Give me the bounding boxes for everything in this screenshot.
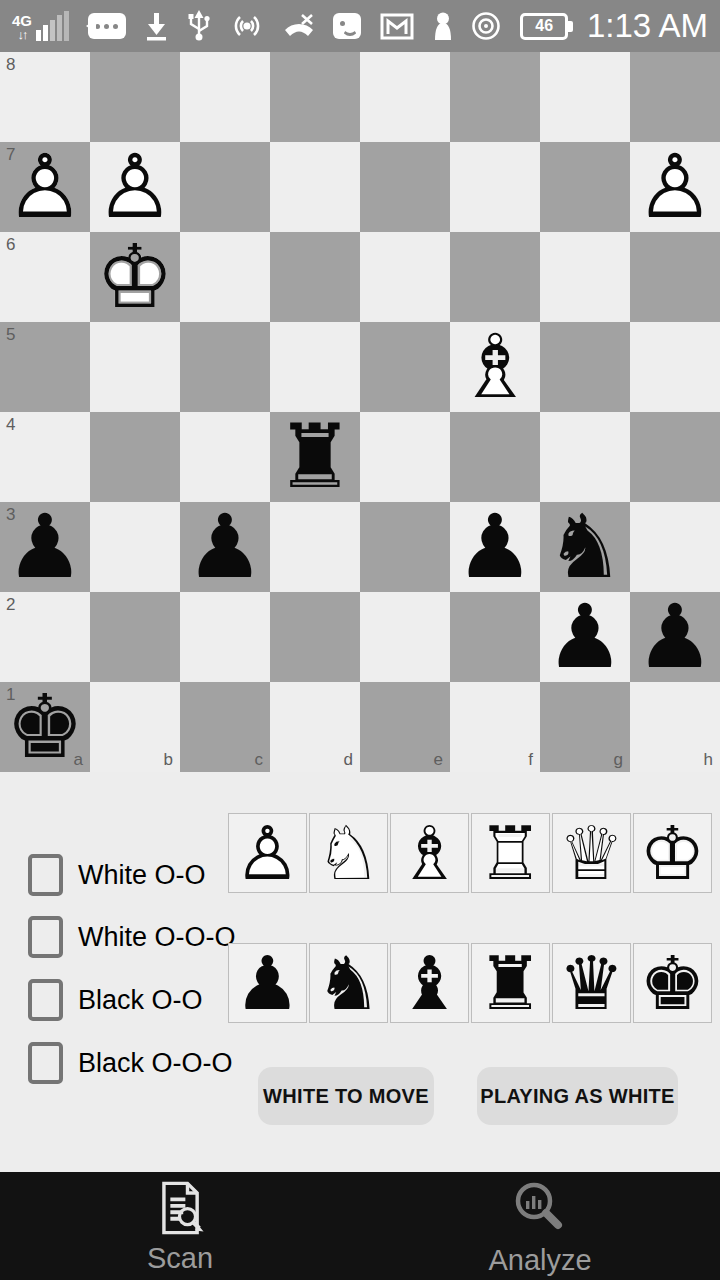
square-f3[interactable]: ♟ (450, 502, 540, 592)
black-pawn: ♟ (180, 502, 270, 592)
black-pawn: ♟ (450, 502, 540, 592)
black-pawn: ♟ (0, 502, 90, 592)
square-g4[interactable] (540, 412, 630, 502)
file-label: f (528, 750, 533, 770)
square-b7[interactable]: ♟♙ (90, 142, 180, 232)
black-knight: ♞ (310, 944, 387, 1022)
chess-board: 87♟♙♟♙♟♙6♚♔5♝♗4♜3♟♟♟♞2♟♟1a♚bcdefgh (0, 52, 720, 772)
palette-black-queen-button[interactable]: ♛ (552, 943, 631, 1023)
square-e1[interactable]: e (360, 682, 450, 772)
network-type-label: 4G (12, 13, 32, 28)
square-d8[interactable] (270, 52, 360, 142)
square-f2[interactable] (450, 592, 540, 682)
white-kingside-castle-row: White O-O (28, 853, 206, 897)
analyze-label: Analyze (488, 1244, 591, 1277)
side-to-move-button[interactable]: WHITE TO MOVE (258, 1067, 434, 1125)
white-pawn: ♟♙ (229, 814, 306, 892)
white-ooo-checkbox[interactable] (28, 916, 63, 958)
palette-white-king-button[interactable]: ♚♔ (633, 813, 712, 893)
square-b2[interactable] (90, 592, 180, 682)
position-setup-panel: White O-O White O-O-O Black O-O Black O-… (0, 772, 720, 1172)
square-d5[interactable] (270, 322, 360, 412)
square-h2[interactable]: ♟ (630, 592, 720, 682)
rank-label: 2 (6, 595, 15, 615)
square-c2[interactable] (180, 592, 270, 682)
square-e2[interactable] (360, 592, 450, 682)
black-piece-palette: ♟♞♝♜♛♚ (228, 943, 714, 1023)
square-e6[interactable] (360, 232, 450, 322)
square-d1[interactable]: d (270, 682, 360, 772)
square-a8[interactable]: 8 (0, 52, 90, 142)
square-a3[interactable]: 3♟ (0, 502, 90, 592)
square-c8[interactable] (180, 52, 270, 142)
square-e8[interactable] (360, 52, 450, 142)
black-pawn: ♟ (630, 592, 720, 682)
white-pawn: ♟♙ (90, 142, 180, 232)
square-b5[interactable] (90, 322, 180, 412)
rank-label: 4 (6, 415, 15, 435)
rank-label: 8 (6, 55, 15, 75)
usb-icon (187, 10, 211, 42)
square-a2[interactable]: 2 (0, 592, 90, 682)
white-oo-label: White O-O (78, 860, 206, 891)
square-a5[interactable]: 5 (0, 322, 90, 412)
white-knight: ♞♘ (310, 814, 387, 892)
square-d6[interactable] (270, 232, 360, 322)
square-c1[interactable]: c (180, 682, 270, 772)
white-king: ♚♔ (634, 814, 711, 892)
file-label: g (614, 750, 623, 770)
data-arrows-icon: ↓↑ (18, 28, 27, 41)
battery-percent: 46 (535, 17, 553, 35)
palette-black-king-button[interactable]: ♚ (633, 943, 712, 1023)
square-c4[interactable] (180, 412, 270, 502)
square-e4[interactable] (360, 412, 450, 502)
sms-notification-icon (88, 13, 126, 39)
square-g3[interactable]: ♞ (540, 502, 630, 592)
square-h1[interactable]: h (630, 682, 720, 772)
black-bishop: ♝ (391, 944, 468, 1022)
download-icon (144, 11, 168, 41)
square-e7[interactable] (360, 142, 450, 232)
square-e3[interactable] (360, 502, 450, 592)
square-c6[interactable] (180, 232, 270, 322)
white-bishop: ♝♗ (391, 814, 468, 892)
square-a7[interactable]: 7♟♙ (0, 142, 90, 232)
square-c3[interactable]: ♟ (180, 502, 270, 592)
white-queen: ♛♕ (553, 814, 630, 892)
white-ooo-label: White O-O-O (78, 922, 236, 953)
square-h8[interactable] (630, 52, 720, 142)
black-rook: ♜ (472, 944, 549, 1022)
square-b6[interactable]: ♚♔ (90, 232, 180, 322)
square-c5[interactable] (180, 322, 270, 412)
black-queenside-castle-row: Black O-O-O (28, 1041, 233, 1085)
square-g6[interactable] (540, 232, 630, 322)
file-label: h (704, 750, 713, 770)
black-oo-checkbox[interactable] (28, 979, 63, 1021)
black-pawn: ♟ (540, 592, 630, 682)
white-king: ♚♔ (90, 232, 180, 322)
messenger-icon (333, 13, 361, 39)
palette-white-pawn-button[interactable]: ♟♙ (228, 813, 307, 893)
square-e5[interactable] (360, 322, 450, 412)
scan-document-icon (150, 1178, 210, 1238)
gmail-icon (380, 12, 414, 40)
missed-call-icon (283, 13, 315, 39)
square-a1[interactable]: 1a♚ (0, 682, 90, 772)
clock-time: 1:13 AM (587, 7, 708, 45)
square-h4[interactable] (630, 412, 720, 502)
square-g7[interactable] (540, 142, 630, 232)
square-a6[interactable]: 6 (0, 232, 90, 322)
palette-white-rook-button[interactable]: ♜♖ (471, 813, 550, 893)
square-c7[interactable] (180, 142, 270, 232)
scan-label: Scan (147, 1242, 213, 1275)
black-queen: ♛ (553, 944, 630, 1022)
square-g1[interactable]: g (540, 682, 630, 772)
chess-scanner-app: 4G ↓↑ 46 1:13 AM (0, 0, 720, 1280)
palette-black-bishop-button[interactable]: ♝ (390, 943, 469, 1023)
black-knight: ♞ (540, 502, 630, 592)
palette-black-knight-button[interactable]: ♞ (309, 943, 388, 1023)
white-oo-checkbox[interactable] (28, 854, 63, 896)
black-ooo-label: Black O-O-O (78, 1048, 233, 1079)
square-f5[interactable]: ♝♗ (450, 322, 540, 412)
square-g8[interactable] (540, 52, 630, 142)
nav-tab-analyze[interactable]: Analyze (360, 1172, 720, 1280)
square-f7[interactable] (450, 142, 540, 232)
square-h3[interactable] (630, 502, 720, 592)
status-bar: 4G ↓↑ 46 1:13 AM (0, 0, 720, 52)
square-d2[interactable] (270, 592, 360, 682)
hotspot-icon (230, 12, 264, 40)
palette-white-queen-button[interactable]: ♛♕ (552, 813, 631, 893)
white-piece-palette: ♟♙♞♘♝♗♜♖♛♕♚♔ (228, 813, 714, 893)
black-kingside-castle-row: Black O-O (28, 978, 203, 1022)
analyze-magnifier-icon (508, 1176, 572, 1240)
white-bishop: ♝♗ (450, 322, 540, 412)
palette-black-rook-button[interactable]: ♜ (471, 943, 550, 1023)
black-rook: ♜ (270, 412, 360, 502)
palette-black-pawn-button[interactable]: ♟ (228, 943, 307, 1023)
cast-icon (471, 11, 501, 41)
square-d3[interactable] (270, 502, 360, 592)
square-d7[interactable] (270, 142, 360, 232)
white-rook: ♜♖ (472, 814, 549, 892)
file-label: b (164, 750, 173, 770)
signal-bars-icon (36, 11, 69, 41)
battery-icon: 46 (520, 13, 568, 40)
rank-label: 6 (6, 235, 15, 255)
cellular-signal-icon: 4G ↓↑ (12, 11, 69, 41)
playing-as-button[interactable]: PLAYING AS WHITE (477, 1067, 678, 1125)
palette-white-bishop-button[interactable]: ♝♗ (390, 813, 469, 893)
black-ooo-checkbox[interactable] (28, 1042, 63, 1084)
square-h5[interactable] (630, 322, 720, 412)
white-pawn: ♟♙ (630, 142, 720, 232)
square-b1[interactable]: b (90, 682, 180, 772)
square-f4[interactable] (450, 412, 540, 502)
square-f1[interactable]: f (450, 682, 540, 772)
square-h6[interactable] (630, 232, 720, 322)
file-label: d (344, 750, 353, 770)
square-a4[interactable]: 4 (0, 412, 90, 502)
black-oo-label: Black O-O (78, 985, 203, 1016)
square-b3[interactable] (90, 502, 180, 592)
palette-white-knight-button[interactable]: ♞♘ (309, 813, 388, 893)
square-g5[interactable] (540, 322, 630, 412)
rank-label: 5 (6, 325, 15, 345)
square-g2[interactable]: ♟ (540, 592, 630, 682)
square-f8[interactable] (450, 52, 540, 142)
white-queenside-castle-row: White O-O-O (28, 915, 236, 959)
square-d4[interactable]: ♜ (270, 412, 360, 502)
black-king: ♚ (0, 682, 90, 772)
file-label: e (434, 750, 443, 770)
square-h7[interactable]: ♟♙ (630, 142, 720, 232)
square-b4[interactable] (90, 412, 180, 502)
person-icon (433, 12, 453, 40)
bottom-nav-bar: Scan Analyze (0, 1172, 720, 1280)
black-king: ♚ (634, 944, 711, 1022)
nav-tab-scan[interactable]: Scan (0, 1172, 360, 1280)
square-f6[interactable] (450, 232, 540, 322)
white-pawn: ♟♙ (0, 142, 90, 232)
black-pawn: ♟ (229, 944, 306, 1022)
square-b8[interactable] (90, 52, 180, 142)
file-label: c (255, 750, 264, 770)
